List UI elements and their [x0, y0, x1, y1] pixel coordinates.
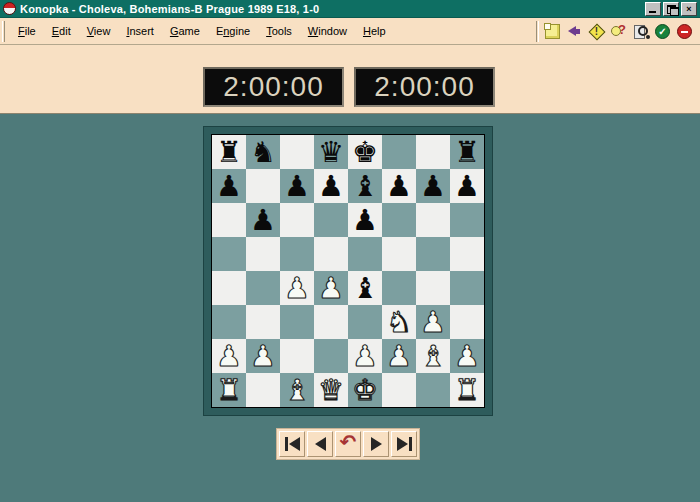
square-f4[interactable]	[382, 271, 416, 305]
white-pawn: ♟	[352, 339, 378, 373]
ok-icon[interactable]	[655, 24, 670, 39]
white-pawn: ♟	[250, 339, 276, 373]
black-pawn: ♟	[352, 203, 378, 237]
square-a3[interactable]	[212, 305, 246, 339]
square-c1[interactable]: ♝	[280, 373, 314, 407]
black-clock: 2:00:00	[354, 67, 495, 107]
square-e2[interactable]: ♟	[348, 339, 382, 373]
square-c3[interactable]	[280, 305, 314, 339]
white-pawn: ♟	[216, 339, 242, 373]
black-pawn: ♟	[386, 169, 412, 203]
chessboard[interactable]: ♜♞♛♚♜♟♟♟♝♟♟♟♟♟♟♟♝♞♟♟♟♟♟♝♟♜♝♛♚♜	[211, 134, 485, 408]
square-c4[interactable]: ♟	[280, 271, 314, 305]
black-queen: ♛	[318, 135, 344, 169]
square-f1[interactable]	[382, 373, 416, 407]
black-bishop: ♝	[352, 169, 378, 203]
square-c8[interactable]	[280, 135, 314, 169]
square-a2[interactable]: ♟	[212, 339, 246, 373]
menubar: FileEditViewInsertGameEngineToolsWindowH…	[0, 18, 700, 45]
menu-file[interactable]: File	[11, 22, 43, 40]
window-controls: ×	[645, 2, 697, 16]
square-h1[interactable]: ♜	[450, 373, 484, 407]
black-pawn: ♟	[216, 169, 242, 203]
black-knight: ♞	[250, 135, 276, 169]
square-g1[interactable]	[416, 373, 450, 407]
white-rook: ♜	[454, 373, 480, 407]
square-f7[interactable]: ♟	[382, 169, 416, 203]
takeback-button[interactable]: ↶	[335, 431, 361, 457]
menu-help[interactable]: Help	[356, 22, 393, 40]
square-e6[interactable]: ♟	[348, 203, 382, 237]
square-g5[interactable]	[416, 237, 450, 271]
black-bishop: ♝	[352, 271, 378, 305]
toolbar-separator	[536, 21, 539, 42]
square-a1[interactable]: ♜	[212, 373, 246, 407]
square-d3[interactable]	[314, 305, 348, 339]
square-g3[interactable]: ♟	[416, 305, 450, 339]
square-h4[interactable]	[450, 271, 484, 305]
white-bishop: ♝	[284, 373, 310, 407]
square-d1[interactable]: ♛	[314, 373, 348, 407]
window-title: Konopka - Choleva, Bohemians-B Prague 19…	[20, 3, 645, 15]
step-forward-button[interactable]	[363, 431, 389, 457]
square-f3[interactable]: ♞	[382, 305, 416, 339]
square-g6[interactable]	[416, 203, 450, 237]
black-pawn: ♟	[420, 169, 446, 203]
square-g2[interactable]: ♝	[416, 339, 450, 373]
restore-button[interactable]	[663, 2, 679, 16]
square-e1[interactable]: ♚	[348, 373, 382, 407]
analyze-icon[interactable]	[633, 24, 648, 39]
square-d7[interactable]: ♟	[314, 169, 348, 203]
square-f6[interactable]	[382, 203, 416, 237]
menu-engine[interactable]: Engine	[209, 22, 257, 40]
square-d8[interactable]: ♛	[314, 135, 348, 169]
square-g8[interactable]	[416, 135, 450, 169]
white-bishop: ♝	[420, 339, 446, 373]
white-pawn: ♟	[454, 339, 480, 373]
square-e4[interactable]: ♝	[348, 271, 382, 305]
menu-window[interactable]: Window	[301, 22, 354, 40]
go-last-button[interactable]	[391, 431, 417, 457]
clock-panel: 2:00:00 2:00:00	[0, 45, 700, 114]
black-pawn: ♟	[318, 169, 344, 203]
menu-tools[interactable]: Tools	[259, 22, 299, 40]
square-e3[interactable]	[348, 305, 382, 339]
step-back-button[interactable]	[307, 431, 333, 457]
black-king: ♚	[352, 135, 378, 169]
square-c5[interactable]	[280, 237, 314, 271]
square-f8[interactable]	[382, 135, 416, 169]
square-h6[interactable]	[450, 203, 484, 237]
konopka-app-icon	[3, 2, 16, 15]
close-button[interactable]: ×	[681, 2, 697, 16]
toolbar-grip	[2, 21, 5, 42]
stop-icon[interactable]	[677, 24, 692, 39]
square-b6[interactable]: ♟	[246, 203, 280, 237]
menu-insert[interactable]: Insert	[119, 22, 161, 40]
white-pawn: ♟	[318, 271, 344, 305]
titlebar: Konopka - Choleva, Bohemians-B Prague 19…	[0, 0, 700, 18]
white-clock: 2:00:00	[203, 67, 344, 107]
square-f2[interactable]: ♟	[382, 339, 416, 373]
square-a6[interactable]	[212, 203, 246, 237]
menu-game[interactable]: Game	[163, 22, 207, 40]
square-d5[interactable]	[314, 237, 348, 271]
sound-icon[interactable]	[567, 24, 582, 39]
square-e8[interactable]: ♚	[348, 135, 382, 169]
black-rook: ♜	[454, 135, 480, 169]
square-e7[interactable]: ♝	[348, 169, 382, 203]
game-navigation: ↶	[276, 428, 420, 460]
square-c7[interactable]: ♟	[280, 169, 314, 203]
square-b1[interactable]	[246, 373, 280, 407]
square-c6[interactable]	[280, 203, 314, 237]
white-knight: ♞	[386, 305, 412, 339]
square-b2[interactable]: ♟	[246, 339, 280, 373]
square-a7[interactable]: ♟	[212, 169, 246, 203]
white-queen: ♛	[318, 373, 344, 407]
black-rook: ♜	[216, 135, 242, 169]
square-a8[interactable]: ♜	[212, 135, 246, 169]
square-h5[interactable]	[450, 237, 484, 271]
black-clock-time: 2:00:00	[374, 71, 474, 103]
square-g4[interactable]	[416, 271, 450, 305]
square-h7[interactable]: ♟	[450, 169, 484, 203]
minimize-button[interactable]	[645, 2, 661, 16]
menu-edit[interactable]: Edit	[45, 22, 78, 40]
square-b3[interactable]	[246, 305, 280, 339]
black-pawn: ♟	[454, 169, 480, 203]
black-pawn: ♟	[284, 169, 310, 203]
white-pawn: ♟	[386, 339, 412, 373]
square-d4[interactable]: ♟	[314, 271, 348, 305]
square-h8[interactable]: ♜	[450, 135, 484, 169]
square-d6[interactable]	[314, 203, 348, 237]
toolbar	[545, 24, 700, 39]
square-a4[interactable]	[212, 271, 246, 305]
square-c2[interactable]	[280, 339, 314, 373]
square-f5[interactable]	[382, 237, 416, 271]
white-pawn: ♟	[420, 305, 446, 339]
black-pawn: ♟	[250, 203, 276, 237]
menu-view[interactable]: View	[80, 22, 118, 40]
white-king: ♚	[352, 373, 378, 407]
warning-diamond-icon[interactable]	[589, 24, 604, 39]
white-rook: ♜	[216, 373, 242, 407]
square-h3[interactable]	[450, 305, 484, 339]
square-e5[interactable]	[348, 237, 382, 271]
square-b8[interactable]: ♞	[246, 135, 280, 169]
square-b5[interactable]	[246, 237, 280, 271]
hint-icon[interactable]	[611, 24, 626, 39]
square-b7[interactable]	[246, 169, 280, 203]
square-a5[interactable]	[212, 237, 246, 271]
square-b4[interactable]	[246, 271, 280, 305]
white-clock-time: 2:00:00	[223, 71, 323, 103]
menu-items: FileEditViewInsertGameEngineToolsWindowH…	[11, 22, 530, 40]
square-h2[interactable]: ♟	[450, 339, 484, 373]
go-first-button[interactable]	[279, 431, 305, 457]
note-icon[interactable]	[545, 24, 560, 39]
white-pawn: ♟	[284, 271, 310, 305]
chessboard-frame: ♜♞♛♚♜♟♟♟♝♟♟♟♟♟♟♟♝♞♟♟♟♟♟♝♟♜♝♛♚♜	[203, 126, 493, 416]
square-d2[interactable]	[314, 339, 348, 373]
square-g7[interactable]: ♟	[416, 169, 450, 203]
